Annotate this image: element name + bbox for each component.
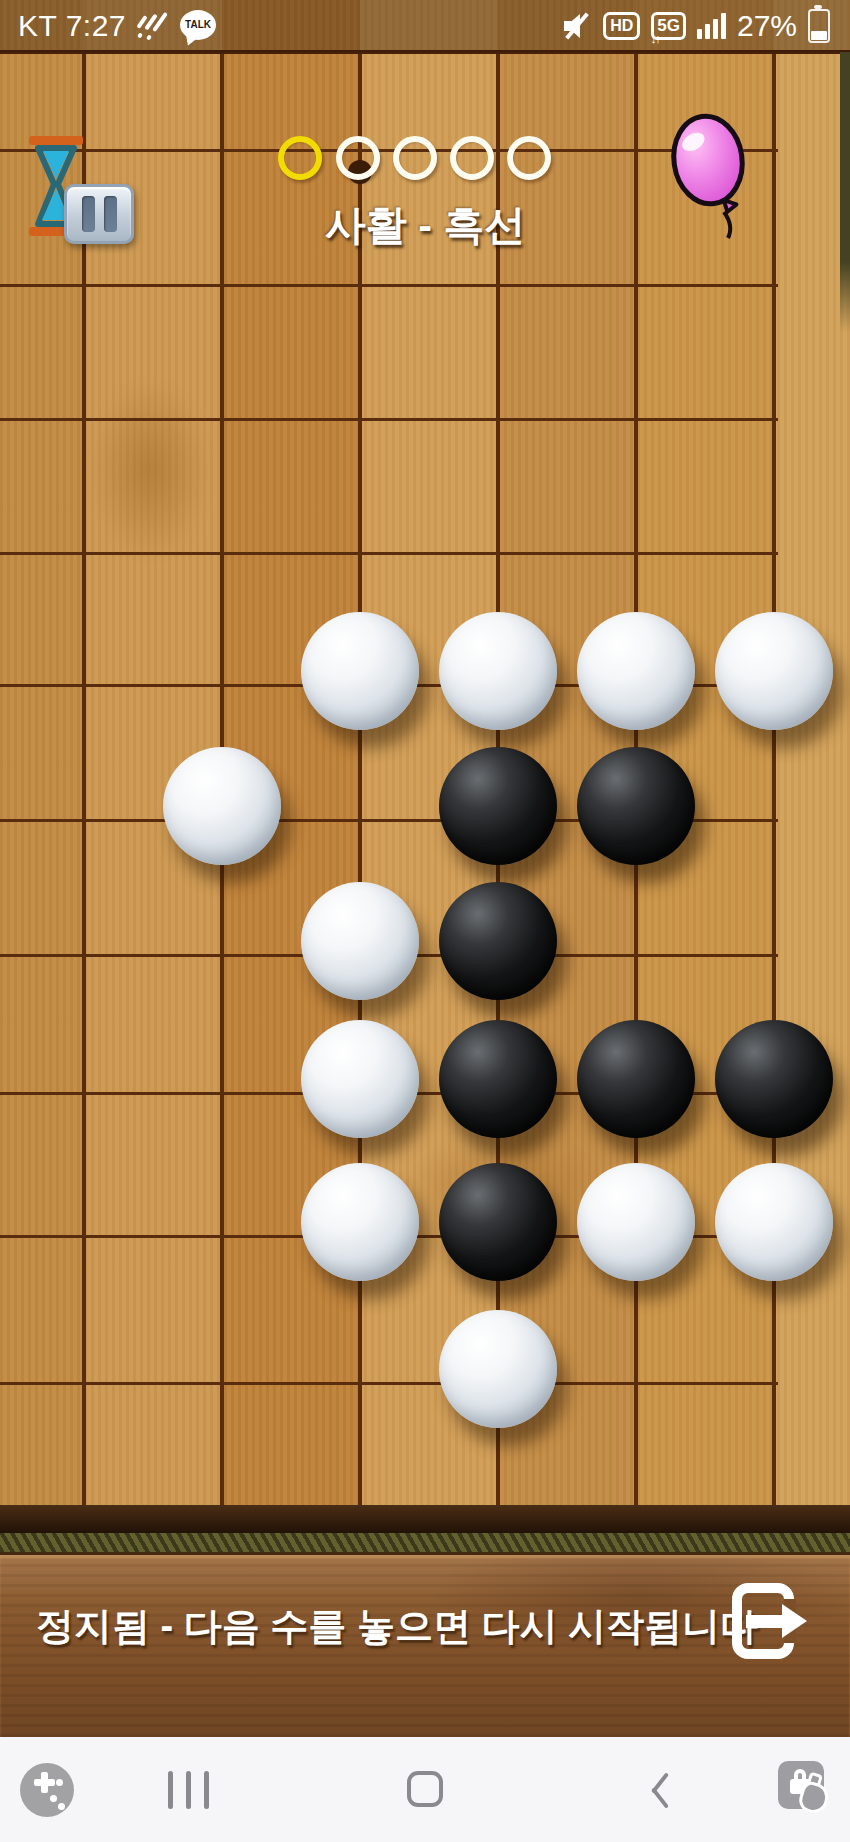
balloon-icon [666,108,776,243]
data-sync-icon [136,11,170,41]
black-stone [577,747,695,865]
signal-icon [697,13,726,39]
black-stone [439,1020,557,1138]
black-stone [715,1020,833,1138]
exit-arrow-button[interactable] [732,1583,814,1659]
game-tools-button[interactable] [20,1763,74,1817]
kakaotalk-icon: TALK [180,10,216,43]
table-mat [0,1533,850,1552]
grid-hline [0,418,778,421]
white-stone [577,1163,695,1281]
black-stone [439,747,557,865]
battery-percent-label: 27% [737,9,797,43]
white-stone [301,1020,419,1138]
white-stone [163,747,281,865]
white-stone [301,1163,419,1281]
message-bar: 정지됨 - 다음 수를 놓으면 다시 시작됩니다 [0,1552,850,1737]
black-stone [439,1163,557,1281]
life-circle [393,136,437,180]
5g-icon: 5G↓↑ [651,12,686,40]
android-nav-bar [0,1737,850,1842]
grid-hline [0,1382,778,1385]
black-stone [577,1020,695,1138]
back-button[interactable] [648,1771,676,1809]
touch-lock-button[interactable] [778,1761,824,1809]
mute-icon [562,12,592,40]
carrier-time-label: KT 7:27 [18,9,126,43]
white-stone [301,612,419,730]
app-screen: KT 7:27 TALK HD 5G↓↑ 27% [0,0,850,1842]
status-message: 정지됨 - 다음 수를 놓으면 다시 시작됩니다 [36,1601,758,1652]
grid-vline [358,52,362,1505]
white-stone [301,882,419,1000]
grid-hline [0,552,778,555]
life-circle [336,136,380,180]
life-circle [507,136,551,180]
home-button[interactable] [407,1771,443,1807]
black-stone [439,882,557,1000]
grid-vline [772,52,776,1505]
board-bottom-edge [0,1505,850,1533]
hd-icon: HD [603,12,640,40]
wood-knot [90,380,210,560]
exit-arrow-icon [746,1615,786,1628]
life-circle [450,136,494,180]
grid-hline [0,284,778,287]
white-stone [439,1310,557,1428]
white-stone [715,1163,833,1281]
white-stone [577,612,695,730]
life-circle [278,136,322,180]
board-right-edge [840,52,850,332]
grid-vline [82,52,86,1505]
recents-button[interactable] [168,1771,209,1809]
white-stone [439,612,557,730]
grid-hline [0,149,778,152]
white-stone [715,612,833,730]
battery-icon [808,9,830,43]
status-bar: KT 7:27 TALK HD 5G↓↑ 27% [0,0,850,52]
